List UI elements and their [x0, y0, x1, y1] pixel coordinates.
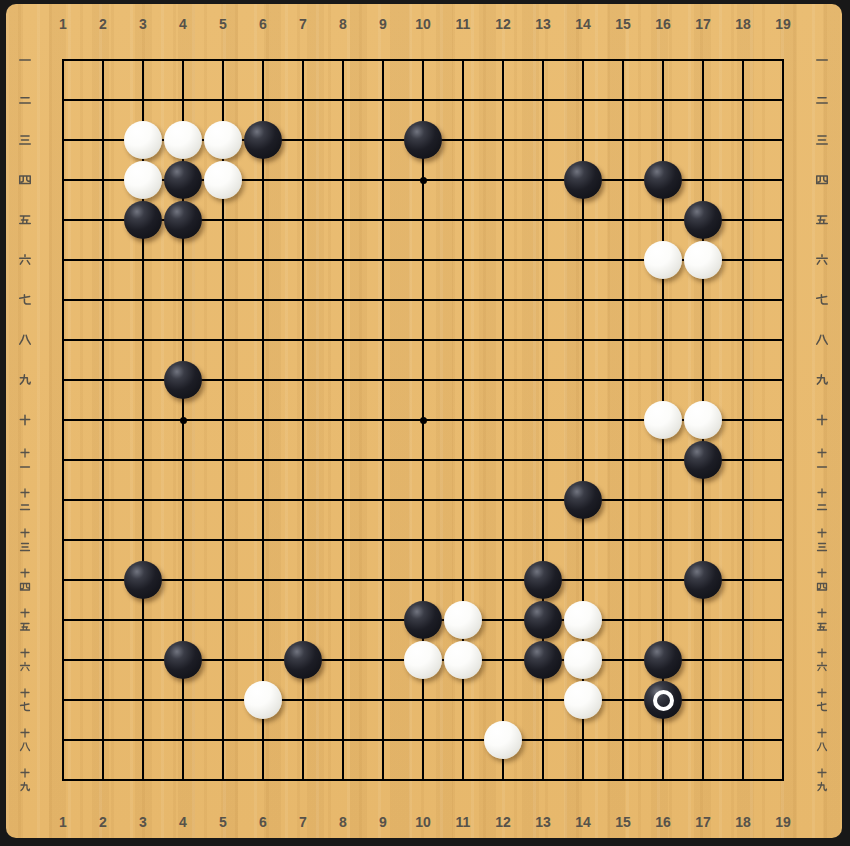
intersection-8-19[interactable] — [323, 760, 363, 800]
intersection-2-17[interactable] — [83, 680, 123, 720]
intersection-16-7[interactable] — [643, 280, 683, 320]
intersection-4-3[interactable] — [163, 120, 203, 160]
intersection-1-17[interactable] — [43, 680, 83, 720]
intersection-15-19[interactable] — [603, 760, 643, 800]
intersection-2-7[interactable] — [83, 280, 123, 320]
intersection-5-6[interactable] — [203, 240, 243, 280]
intersection-11-3[interactable] — [443, 120, 483, 160]
intersection-14-15[interactable] — [563, 600, 603, 640]
intersection-1-18[interactable] — [43, 720, 83, 760]
intersection-7-15[interactable] — [283, 600, 323, 640]
intersection-14-16[interactable] — [563, 640, 603, 680]
intersection-9-6[interactable] — [363, 240, 403, 280]
intersection-18-7[interactable] — [723, 280, 763, 320]
intersection-19-19[interactable] — [763, 760, 803, 800]
intersection-10-16[interactable] — [403, 640, 443, 680]
intersection-17-9[interactable] — [683, 360, 723, 400]
intersection-17-4[interactable] — [683, 160, 723, 200]
intersection-12-18[interactable] — [483, 720, 523, 760]
intersection-2-10[interactable] — [83, 400, 123, 440]
intersection-11-16[interactable] — [443, 640, 483, 680]
intersection-13-17[interactable] — [523, 680, 563, 720]
intersection-9-11[interactable] — [363, 440, 403, 480]
intersection-5-14[interactable] — [203, 560, 243, 600]
intersection-12-14[interactable] — [483, 560, 523, 600]
intersection-6-15[interactable] — [243, 600, 283, 640]
intersection-1-10[interactable] — [43, 400, 83, 440]
intersection-8-1[interactable] — [323, 40, 363, 80]
intersection-16-16[interactable] — [643, 640, 683, 680]
intersection-8-9[interactable] — [323, 360, 363, 400]
intersection-4-8[interactable] — [163, 320, 203, 360]
intersection-11-17[interactable] — [443, 680, 483, 720]
intersection-17-2[interactable] — [683, 80, 723, 120]
intersection-16-1[interactable] — [643, 40, 683, 80]
intersection-1-1[interactable] — [43, 40, 83, 80]
intersection-13-13[interactable] — [523, 520, 563, 560]
intersection-12-19[interactable] — [483, 760, 523, 800]
intersection-6-5[interactable] — [243, 200, 283, 240]
intersection-14-17[interactable] — [563, 680, 603, 720]
intersection-19-1[interactable] — [763, 40, 803, 80]
intersection-17-1[interactable] — [683, 40, 723, 80]
intersection-9-15[interactable] — [363, 600, 403, 640]
intersection-16-18[interactable] — [643, 720, 683, 760]
intersection-16-13[interactable] — [643, 520, 683, 560]
intersection-6-16[interactable] — [243, 640, 283, 680]
intersection-14-7[interactable] — [563, 280, 603, 320]
intersection-18-5[interactable] — [723, 200, 763, 240]
intersection-12-3[interactable] — [483, 120, 523, 160]
intersection-10-3[interactable] — [403, 120, 443, 160]
intersection-1-16[interactable] — [43, 640, 83, 680]
intersection-3-7[interactable] — [123, 280, 163, 320]
intersection-10-5[interactable] — [403, 200, 443, 240]
intersection-14-5[interactable] — [563, 200, 603, 240]
intersection-13-18[interactable] — [523, 720, 563, 760]
intersection-8-10[interactable] — [323, 400, 363, 440]
intersection-13-6[interactable] — [523, 240, 563, 280]
intersection-8-13[interactable] — [323, 520, 363, 560]
intersection-9-13[interactable] — [363, 520, 403, 560]
intersection-16-19[interactable] — [643, 760, 683, 800]
intersection-12-11[interactable] — [483, 440, 523, 480]
intersection-14-4[interactable] — [563, 160, 603, 200]
intersection-4-16[interactable] — [163, 640, 203, 680]
intersection-4-9[interactable] — [163, 360, 203, 400]
intersection-13-8[interactable] — [523, 320, 563, 360]
intersection-5-2[interactable] — [203, 80, 243, 120]
intersection-17-13[interactable] — [683, 520, 723, 560]
intersection-6-11[interactable] — [243, 440, 283, 480]
intersection-11-18[interactable] — [443, 720, 483, 760]
intersection-19-8[interactable] — [763, 320, 803, 360]
intersection-18-6[interactable] — [723, 240, 763, 280]
intersection-3-19[interactable] — [123, 760, 163, 800]
intersection-13-14[interactable] — [523, 560, 563, 600]
intersection-17-8[interactable] — [683, 320, 723, 360]
intersection-14-12[interactable] — [563, 480, 603, 520]
intersection-10-2[interactable] — [403, 80, 443, 120]
intersection-14-1[interactable] — [563, 40, 603, 80]
intersection-4-15[interactable] — [163, 600, 203, 640]
intersection-4-7[interactable] — [163, 280, 203, 320]
intersection-4-2[interactable] — [163, 80, 203, 120]
intersection-2-5[interactable] — [83, 200, 123, 240]
intersection-15-10[interactable] — [603, 400, 643, 440]
intersection-7-14[interactable] — [283, 560, 323, 600]
intersection-1-15[interactable] — [43, 600, 83, 640]
intersection-16-14[interactable] — [643, 560, 683, 600]
intersection-5-5[interactable] — [203, 200, 243, 240]
intersection-11-5[interactable] — [443, 200, 483, 240]
intersection-5-17[interactable] — [203, 680, 243, 720]
intersection-18-18[interactable] — [723, 720, 763, 760]
intersection-12-17[interactable] — [483, 680, 523, 720]
intersection-10-19[interactable] — [403, 760, 443, 800]
intersection-19-14[interactable] — [763, 560, 803, 600]
intersection-19-18[interactable] — [763, 720, 803, 760]
intersection-2-11[interactable] — [83, 440, 123, 480]
intersection-18-2[interactable] — [723, 80, 763, 120]
intersection-5-18[interactable] — [203, 720, 243, 760]
intersection-14-9[interactable] — [563, 360, 603, 400]
intersection-13-10[interactable] — [523, 400, 563, 440]
intersection-18-10[interactable] — [723, 400, 763, 440]
intersection-5-9[interactable] — [203, 360, 243, 400]
intersection-16-6[interactable] — [643, 240, 683, 280]
intersection-18-11[interactable] — [723, 440, 763, 480]
intersection-19-12[interactable] — [763, 480, 803, 520]
intersection-5-1[interactable] — [203, 40, 243, 80]
intersection-16-10[interactable] — [643, 400, 683, 440]
intersection-6-17[interactable] — [243, 680, 283, 720]
intersection-2-13[interactable] — [83, 520, 123, 560]
intersection-3-10[interactable] — [123, 400, 163, 440]
intersection-6-18[interactable] — [243, 720, 283, 760]
intersection-15-1[interactable] — [603, 40, 643, 80]
intersection-12-8[interactable] — [483, 320, 523, 360]
intersection-8-4[interactable] — [323, 160, 363, 200]
intersection-12-9[interactable] — [483, 360, 523, 400]
intersection-19-2[interactable] — [763, 80, 803, 120]
intersection-15-7[interactable] — [603, 280, 643, 320]
intersection-16-17[interactable] — [643, 680, 683, 720]
intersection-19-13[interactable] — [763, 520, 803, 560]
intersection-9-16[interactable] — [363, 640, 403, 680]
intersection-10-6[interactable] — [403, 240, 443, 280]
intersection-14-8[interactable] — [563, 320, 603, 360]
intersection-18-15[interactable] — [723, 600, 763, 640]
intersection-4-13[interactable] — [163, 520, 203, 560]
intersection-3-2[interactable] — [123, 80, 163, 120]
intersection-15-17[interactable] — [603, 680, 643, 720]
intersection-8-14[interactable] — [323, 560, 363, 600]
intersection-15-6[interactable] — [603, 240, 643, 280]
intersection-17-14[interactable] — [683, 560, 723, 600]
intersection-17-5[interactable] — [683, 200, 723, 240]
intersection-1-6[interactable] — [43, 240, 83, 280]
intersection-14-19[interactable] — [563, 760, 603, 800]
intersection-3-5[interactable] — [123, 200, 163, 240]
intersection-3-12[interactable] — [123, 480, 163, 520]
intersection-6-14[interactable] — [243, 560, 283, 600]
intersection-9-7[interactable] — [363, 280, 403, 320]
intersection-10-10[interactable] — [403, 400, 443, 440]
intersection-17-11[interactable] — [683, 440, 723, 480]
intersection-18-14[interactable] — [723, 560, 763, 600]
intersection-8-3[interactable] — [323, 120, 363, 160]
intersection-19-4[interactable] — [763, 160, 803, 200]
intersection-2-8[interactable] — [83, 320, 123, 360]
intersection-13-9[interactable] — [523, 360, 563, 400]
intersection-7-17[interactable] — [283, 680, 323, 720]
intersection-7-16[interactable] — [283, 640, 323, 680]
intersection-14-14[interactable] — [563, 560, 603, 600]
intersection-18-12[interactable] — [723, 480, 763, 520]
intersection-17-3[interactable] — [683, 120, 723, 160]
intersection-18-3[interactable] — [723, 120, 763, 160]
intersection-18-1[interactable] — [723, 40, 763, 80]
intersection-17-16[interactable] — [683, 640, 723, 680]
intersection-5-16[interactable] — [203, 640, 243, 680]
intersection-18-8[interactable] — [723, 320, 763, 360]
intersection-4-11[interactable] — [163, 440, 203, 480]
intersection-3-11[interactable] — [123, 440, 163, 480]
intersection-13-12[interactable] — [523, 480, 563, 520]
intersection-8-6[interactable] — [323, 240, 363, 280]
intersection-16-3[interactable] — [643, 120, 683, 160]
intersection-7-6[interactable] — [283, 240, 323, 280]
intersection-16-2[interactable] — [643, 80, 683, 120]
intersection-2-2[interactable] — [83, 80, 123, 120]
intersection-14-18[interactable] — [563, 720, 603, 760]
intersection-2-15[interactable] — [83, 600, 123, 640]
intersection-19-15[interactable] — [763, 600, 803, 640]
intersection-4-10[interactable] — [163, 400, 203, 440]
intersection-11-19[interactable] — [443, 760, 483, 800]
intersection-5-8[interactable] — [203, 320, 243, 360]
intersection-10-14[interactable] — [403, 560, 443, 600]
intersection-17-17[interactable] — [683, 680, 723, 720]
intersection-8-17[interactable] — [323, 680, 363, 720]
intersection-10-15[interactable] — [403, 600, 443, 640]
intersection-6-12[interactable] — [243, 480, 283, 520]
intersection-4-5[interactable] — [163, 200, 203, 240]
intersection-18-19[interactable] — [723, 760, 763, 800]
intersection-17-7[interactable] — [683, 280, 723, 320]
intersection-1-7[interactable] — [43, 280, 83, 320]
intersection-2-9[interactable] — [83, 360, 123, 400]
intersection-11-9[interactable] — [443, 360, 483, 400]
intersection-1-5[interactable] — [43, 200, 83, 240]
intersection-19-10[interactable] — [763, 400, 803, 440]
intersection-8-8[interactable] — [323, 320, 363, 360]
intersection-1-11[interactable] — [43, 440, 83, 480]
intersection-15-9[interactable] — [603, 360, 643, 400]
intersection-3-18[interactable] — [123, 720, 163, 760]
intersection-15-2[interactable] — [603, 80, 643, 120]
intersection-12-5[interactable] — [483, 200, 523, 240]
intersection-17-12[interactable] — [683, 480, 723, 520]
intersection-13-3[interactable] — [523, 120, 563, 160]
intersection-4-12[interactable] — [163, 480, 203, 520]
intersection-6-10[interactable] — [243, 400, 283, 440]
intersection-1-3[interactable] — [43, 120, 83, 160]
intersection-13-1[interactable] — [523, 40, 563, 80]
intersection-15-18[interactable] — [603, 720, 643, 760]
intersection-6-13[interactable] — [243, 520, 283, 560]
intersection-13-4[interactable] — [523, 160, 563, 200]
intersection-11-13[interactable] — [443, 520, 483, 560]
intersection-19-16[interactable] — [763, 640, 803, 680]
intersection-15-15[interactable] — [603, 600, 643, 640]
intersection-3-9[interactable] — [123, 360, 163, 400]
intersection-2-16[interactable] — [83, 640, 123, 680]
intersection-11-14[interactable] — [443, 560, 483, 600]
intersection-10-13[interactable] — [403, 520, 443, 560]
intersection-12-2[interactable] — [483, 80, 523, 120]
intersection-11-15[interactable] — [443, 600, 483, 640]
intersection-12-10[interactable] — [483, 400, 523, 440]
intersection-18-17[interactable] — [723, 680, 763, 720]
intersection-9-9[interactable] — [363, 360, 403, 400]
intersection-2-3[interactable] — [83, 120, 123, 160]
intersection-19-3[interactable] — [763, 120, 803, 160]
intersection-9-3[interactable] — [363, 120, 403, 160]
intersection-19-17[interactable] — [763, 680, 803, 720]
intersection-7-3[interactable] — [283, 120, 323, 160]
intersection-12-16[interactable] — [483, 640, 523, 680]
intersection-12-15[interactable] — [483, 600, 523, 640]
intersection-18-13[interactable] — [723, 520, 763, 560]
intersection-12-12[interactable] — [483, 480, 523, 520]
intersection-15-14[interactable] — [603, 560, 643, 600]
intersection-16-12[interactable] — [643, 480, 683, 520]
intersection-14-11[interactable] — [563, 440, 603, 480]
intersection-12-7[interactable] — [483, 280, 523, 320]
intersection-11-11[interactable] — [443, 440, 483, 480]
intersection-15-11[interactable] — [603, 440, 643, 480]
intersection-9-5[interactable] — [363, 200, 403, 240]
intersection-13-2[interactable] — [523, 80, 563, 120]
intersection-1-9[interactable] — [43, 360, 83, 400]
intersection-16-15[interactable] — [643, 600, 683, 640]
intersection-17-18[interactable] — [683, 720, 723, 760]
intersection-11-2[interactable] — [443, 80, 483, 120]
intersection-2-19[interactable] — [83, 760, 123, 800]
intersection-18-16[interactable] — [723, 640, 763, 680]
intersection-6-2[interactable] — [243, 80, 283, 120]
intersection-17-6[interactable] — [683, 240, 723, 280]
intersection-3-14[interactable] — [123, 560, 163, 600]
intersection-3-16[interactable] — [123, 640, 163, 680]
intersection-8-5[interactable] — [323, 200, 363, 240]
intersection-19-11[interactable] — [763, 440, 803, 480]
intersection-5-3[interactable] — [203, 120, 243, 160]
intersection-9-17[interactable] — [363, 680, 403, 720]
intersection-8-16[interactable] — [323, 640, 363, 680]
intersection-11-8[interactable] — [443, 320, 483, 360]
intersection-11-4[interactable] — [443, 160, 483, 200]
intersection-1-12[interactable] — [43, 480, 83, 520]
intersection-2-6[interactable] — [83, 240, 123, 280]
intersection-10-11[interactable] — [403, 440, 443, 480]
intersection-6-6[interactable] — [243, 240, 283, 280]
intersection-7-13[interactable] — [283, 520, 323, 560]
intersection-7-19[interactable] — [283, 760, 323, 800]
intersection-18-4[interactable] — [723, 160, 763, 200]
intersection-4-6[interactable] — [163, 240, 203, 280]
intersection-16-4[interactable] — [643, 160, 683, 200]
intersection-14-3[interactable] — [563, 120, 603, 160]
intersection-13-16[interactable] — [523, 640, 563, 680]
intersection-5-19[interactable] — [203, 760, 243, 800]
intersection-18-9[interactable] — [723, 360, 763, 400]
intersection-4-18[interactable] — [163, 720, 203, 760]
intersection-10-8[interactable] — [403, 320, 443, 360]
intersection-11-7[interactable] — [443, 280, 483, 320]
intersection-13-19[interactable] — [523, 760, 563, 800]
intersection-16-8[interactable] — [643, 320, 683, 360]
intersection-13-7[interactable] — [523, 280, 563, 320]
intersection-8-11[interactable] — [323, 440, 363, 480]
intersection-11-6[interactable] — [443, 240, 483, 280]
intersection-12-4[interactable] — [483, 160, 523, 200]
intersection-14-13[interactable] — [563, 520, 603, 560]
intersection-5-4[interactable] — [203, 160, 243, 200]
intersection-8-2[interactable] — [323, 80, 363, 120]
intersection-2-14[interactable] — [83, 560, 123, 600]
intersection-10-18[interactable] — [403, 720, 443, 760]
intersection-7-18[interactable] — [283, 720, 323, 760]
intersection-6-19[interactable] — [243, 760, 283, 800]
intersection-8-18[interactable] — [323, 720, 363, 760]
intersection-13-5[interactable] — [523, 200, 563, 240]
intersection-1-8[interactable] — [43, 320, 83, 360]
intersection-6-9[interactable] — [243, 360, 283, 400]
intersection-12-6[interactable] — [483, 240, 523, 280]
intersection-7-8[interactable] — [283, 320, 323, 360]
intersection-15-3[interactable] — [603, 120, 643, 160]
intersection-6-1[interactable] — [243, 40, 283, 80]
intersection-3-8[interactable] — [123, 320, 163, 360]
intersection-5-10[interactable] — [203, 400, 243, 440]
intersection-2-18[interactable] — [83, 720, 123, 760]
intersection-4-14[interactable] — [163, 560, 203, 600]
intersection-15-5[interactable] — [603, 200, 643, 240]
intersection-11-1[interactable] — [443, 40, 483, 80]
intersection-16-9[interactable] — [643, 360, 683, 400]
intersection-2-1[interactable] — [83, 40, 123, 80]
intersection-13-11[interactable] — [523, 440, 563, 480]
intersection-7-4[interactable] — [283, 160, 323, 200]
intersection-8-12[interactable] — [323, 480, 363, 520]
intersection-10-7[interactable] — [403, 280, 443, 320]
intersection-16-11[interactable] — [643, 440, 683, 480]
intersection-9-2[interactable] — [363, 80, 403, 120]
intersection-3-15[interactable] — [123, 600, 163, 640]
intersection-15-8[interactable] — [603, 320, 643, 360]
intersection-7-5[interactable] — [283, 200, 323, 240]
intersection-10-1[interactable] — [403, 40, 443, 80]
intersection-7-7[interactable] — [283, 280, 323, 320]
intersection-14-10[interactable] — [563, 400, 603, 440]
intersection-10-4[interactable] — [403, 160, 443, 200]
intersection-8-15[interactable] — [323, 600, 363, 640]
intersection-7-1[interactable] — [283, 40, 323, 80]
intersection-12-13[interactable] — [483, 520, 523, 560]
